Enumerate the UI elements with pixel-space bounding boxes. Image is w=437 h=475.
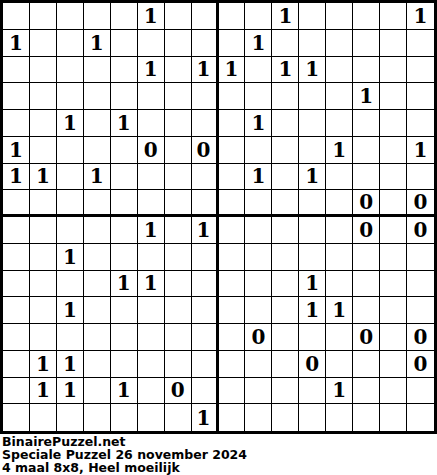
cell-r7c13[interactable] <box>326 164 353 191</box>
cell-r9c9[interactable] <box>219 217 246 244</box>
cell-r3c10[interactable] <box>245 57 272 84</box>
cell-r12c16[interactable] <box>407 297 434 324</box>
cell-r5c16[interactable] <box>407 110 434 137</box>
cell-r16c12[interactable] <box>299 404 326 431</box>
cell-r10c12[interactable] <box>299 244 326 271</box>
cell-r1c15[interactable] <box>380 3 407 30</box>
cell-r6c7[interactable] <box>165 137 192 164</box>
cell-r13c14-given: 0 <box>353 324 380 351</box>
cell-r4c8[interactable] <box>192 83 219 110</box>
cell-r6c16-given: 1 <box>407 137 434 164</box>
cell-r11c6-given: 1 <box>138 271 165 298</box>
cell-r15c12[interactable] <box>299 378 326 405</box>
cell-r16c16[interactable] <box>407 404 434 431</box>
cell-r12c15[interactable] <box>380 297 407 324</box>
cell-r12c10[interactable] <box>245 297 272 324</box>
cell-r5c9[interactable] <box>219 110 246 137</box>
cell-r8c15[interactable] <box>380 190 407 217</box>
cell-r14c1[interactable] <box>3 351 30 378</box>
cell-r9c15[interactable] <box>380 217 407 244</box>
cell-r15c5-given: 1 <box>111 378 138 405</box>
cell-r15c2-given: 1 <box>30 378 57 405</box>
cell-r8c12[interactable] <box>299 190 326 217</box>
cell-r7c2-given: 1 <box>30 164 57 191</box>
cell-r11c2[interactable] <box>30 271 57 298</box>
cell-r5c8[interactable] <box>192 110 219 137</box>
cell-r11c15[interactable] <box>380 271 407 298</box>
cell-r14c9[interactable] <box>219 351 246 378</box>
cell-r2c8[interactable] <box>192 30 219 57</box>
cell-r13c8[interactable] <box>192 324 219 351</box>
cell-r13c4[interactable] <box>84 324 111 351</box>
cell-r13c11[interactable] <box>272 324 299 351</box>
cell-r11c5-given: 1 <box>111 271 138 298</box>
cell-r7c10-given: 1 <box>245 164 272 191</box>
cell-r13c5[interactable] <box>111 324 138 351</box>
cell-r10c5[interactable] <box>111 244 138 271</box>
cell-r16c13[interactable] <box>326 404 353 431</box>
cell-r13c3[interactable] <box>57 324 84 351</box>
cell-r8c7[interactable] <box>165 190 192 217</box>
cell-r3c3[interactable] <box>57 57 84 84</box>
cell-r11c11[interactable] <box>272 271 299 298</box>
cell-r10c8[interactable] <box>192 244 219 271</box>
cell-r14c12-given: 0 <box>299 351 326 378</box>
cell-r5c4[interactable] <box>84 110 111 137</box>
cell-r1c7[interactable] <box>165 3 192 30</box>
cell-r8c2[interactable] <box>30 190 57 217</box>
cell-r13c7[interactable] <box>165 324 192 351</box>
cell-r14c15[interactable] <box>380 351 407 378</box>
cell-r9c5[interactable] <box>111 217 138 244</box>
cell-r4c3[interactable] <box>57 83 84 110</box>
cell-r15c11[interactable] <box>272 378 299 405</box>
cell-r13c12[interactable] <box>299 324 326 351</box>
cell-r12c5[interactable] <box>111 297 138 324</box>
cell-r15c16[interactable] <box>407 378 434 405</box>
cell-r16c2[interactable] <box>30 404 57 431</box>
cell-r2c16[interactable] <box>407 30 434 57</box>
cell-r9c7[interactable] <box>165 217 192 244</box>
cell-r3c7[interactable] <box>165 57 192 84</box>
cell-r3c8-given: 1 <box>192 57 219 84</box>
cell-r2c5[interactable] <box>111 30 138 57</box>
cell-r10c11[interactable] <box>272 244 299 271</box>
cell-r7c8[interactable] <box>192 164 219 191</box>
cell-r13c16-given: 0 <box>407 324 434 351</box>
cell-r1c4[interactable] <box>84 3 111 30</box>
cell-r15c14[interactable] <box>353 378 380 405</box>
cell-r6c5[interactable] <box>111 137 138 164</box>
cell-r9c10[interactable] <box>245 217 272 244</box>
cell-r2c9[interactable] <box>219 30 246 57</box>
cell-r8c9[interactable] <box>219 190 246 217</box>
cell-r4c6[interactable] <box>138 83 165 110</box>
cell-r2c14[interactable] <box>353 30 380 57</box>
cell-r5c5-given: 1 <box>111 110 138 137</box>
cell-r7c1-given: 1 <box>3 164 30 191</box>
cell-r7c7[interactable] <box>165 164 192 191</box>
cell-r7c4-given: 1 <box>84 164 111 191</box>
cell-r5c2[interactable] <box>30 110 57 137</box>
cell-r10c14[interactable] <box>353 244 380 271</box>
cell-r7c6[interactable] <box>138 164 165 191</box>
cell-r9c12[interactable] <box>299 217 326 244</box>
cell-r14c4[interactable] <box>84 351 111 378</box>
cell-r11c14[interactable] <box>353 271 380 298</box>
cell-r6c9[interactable] <box>219 137 246 164</box>
footer-subtitle: 4 maal 8x8, Heel moeilijk <box>2 461 437 474</box>
cell-r12c9[interactable] <box>219 297 246 324</box>
cell-r3c16[interactable] <box>407 57 434 84</box>
cell-r3c1[interactable] <box>3 57 30 84</box>
cell-r5c6[interactable] <box>138 110 165 137</box>
cell-r9c14-given: 0 <box>353 217 380 244</box>
cell-r2c10-given: 1 <box>245 30 272 57</box>
cell-r4c16[interactable] <box>407 83 434 110</box>
cell-r2c4-given: 1 <box>84 30 111 57</box>
cell-r5c12[interactable] <box>299 110 326 137</box>
cell-r7c16[interactable] <box>407 164 434 191</box>
cell-r9c3[interactable] <box>57 217 84 244</box>
cell-r8c6[interactable] <box>138 190 165 217</box>
cell-r4c5[interactable] <box>111 83 138 110</box>
cell-r2c7[interactable] <box>165 30 192 57</box>
cell-r6c4[interactable] <box>84 137 111 164</box>
cell-r11c10[interactable] <box>245 271 272 298</box>
cell-r15c1[interactable] <box>3 378 30 405</box>
cell-r1c16-given: 1 <box>407 3 434 30</box>
cell-r1c13[interactable] <box>326 3 353 30</box>
cell-r6c8-given: 0 <box>192 137 219 164</box>
cell-r16c5[interactable] <box>111 404 138 431</box>
cell-r9c1[interactable] <box>3 217 30 244</box>
cell-r6c3[interactable] <box>57 137 84 164</box>
cell-r10c10[interactable] <box>245 244 272 271</box>
cell-r1c11-given: 1 <box>272 3 299 30</box>
cell-r10c7[interactable] <box>165 244 192 271</box>
cell-r1c14[interactable] <box>353 3 380 30</box>
cell-r12c7[interactable] <box>165 297 192 324</box>
cell-r8c16-given: 0 <box>407 190 434 217</box>
cell-r14c13[interactable] <box>326 351 353 378</box>
cell-r1c3[interactable] <box>57 3 84 30</box>
cell-r1c9[interactable] <box>219 3 246 30</box>
cell-r3c2[interactable] <box>30 57 57 84</box>
cell-r13c10-given: 0 <box>245 324 272 351</box>
cell-r10c16[interactable] <box>407 244 434 271</box>
cell-r10c4[interactable] <box>84 244 111 271</box>
cell-r12c3-given: 1 <box>57 297 84 324</box>
cell-r16c8-given: 1 <box>192 404 219 431</box>
cell-r2c15[interactable] <box>380 30 407 57</box>
cell-r8c13[interactable] <box>326 190 353 217</box>
cell-r12c4[interactable] <box>84 297 111 324</box>
cell-r11c3[interactable] <box>57 271 84 298</box>
cell-r16c4[interactable] <box>84 404 111 431</box>
cell-r2c6[interactable] <box>138 30 165 57</box>
cell-r9c11[interactable] <box>272 217 299 244</box>
cell-r11c4[interactable] <box>84 271 111 298</box>
cell-r9c8-given: 1 <box>192 217 219 244</box>
cell-r11c8[interactable] <box>192 271 219 298</box>
cell-r8c4[interactable] <box>84 190 111 217</box>
cell-r14c11[interactable] <box>272 351 299 378</box>
cell-r14c5[interactable] <box>111 351 138 378</box>
cell-r3c15[interactable] <box>380 57 407 84</box>
cell-r8c14-given: 0 <box>353 190 380 217</box>
cell-r3c14[interactable] <box>353 57 380 84</box>
cell-r11c16[interactable] <box>407 271 434 298</box>
cell-r2c3[interactable] <box>57 30 84 57</box>
cell-r8c3[interactable] <box>57 190 84 217</box>
cell-r13c15[interactable] <box>380 324 407 351</box>
cell-r10c1[interactable] <box>3 244 30 271</box>
cell-r2c1-given: 1 <box>3 30 30 57</box>
cell-r13c1[interactable] <box>3 324 30 351</box>
cell-r12c12-given: 1 <box>299 297 326 324</box>
cell-r7c14[interactable] <box>353 164 380 191</box>
cell-r5c7[interactable] <box>165 110 192 137</box>
cell-r6c10[interactable] <box>245 137 272 164</box>
cell-r6c11[interactable] <box>272 137 299 164</box>
cell-r12c13-given: 1 <box>326 297 353 324</box>
cell-r4c15[interactable] <box>380 83 407 110</box>
cell-r5c11[interactable] <box>272 110 299 137</box>
cell-r10c9[interactable] <box>219 244 246 271</box>
cell-r12c8[interactable] <box>192 297 219 324</box>
cell-r5c14[interactable] <box>353 110 380 137</box>
cell-r14c2-given: 1 <box>30 351 57 378</box>
cell-r10c15[interactable] <box>380 244 407 271</box>
cell-r15c10[interactable] <box>245 378 272 405</box>
cell-r5c13[interactable] <box>326 110 353 137</box>
cell-r5c1[interactable] <box>3 110 30 137</box>
cell-r15c15[interactable] <box>380 378 407 405</box>
cell-r7c11[interactable] <box>272 164 299 191</box>
cell-r16c7[interactable] <box>165 404 192 431</box>
cell-r4c14-given: 1 <box>353 83 380 110</box>
cell-r12c14[interactable] <box>353 297 380 324</box>
cell-r16c10[interactable] <box>245 404 272 431</box>
cell-r9c2[interactable] <box>30 217 57 244</box>
cell-r4c4[interactable] <box>84 83 111 110</box>
cell-r4c11[interactable] <box>272 83 299 110</box>
cell-r3c6-given: 1 <box>138 57 165 84</box>
cell-r12c6[interactable] <box>138 297 165 324</box>
cell-r2c2[interactable] <box>30 30 57 57</box>
cell-r4c9[interactable] <box>219 83 246 110</box>
cell-r5c10-given: 1 <box>245 110 272 137</box>
cell-r14c3-given: 1 <box>57 351 84 378</box>
cell-r6c14[interactable] <box>353 137 380 164</box>
cell-r11c12-given: 1 <box>299 271 326 298</box>
cell-r5c3-given: 1 <box>57 110 84 137</box>
cell-r8c5[interactable] <box>111 190 138 217</box>
cell-r13c6[interactable] <box>138 324 165 351</box>
cell-r5c15[interactable] <box>380 110 407 137</box>
cell-r3c13[interactable] <box>326 57 353 84</box>
cell-r4c7[interactable] <box>165 83 192 110</box>
cell-r9c6-given: 1 <box>138 217 165 244</box>
cell-r7c9[interactable] <box>219 164 246 191</box>
cell-r4c1[interactable] <box>3 83 30 110</box>
cell-r9c16-given: 0 <box>407 217 434 244</box>
cell-r8c10[interactable] <box>245 190 272 217</box>
cell-r15c3-given: 1 <box>57 378 84 405</box>
cell-r14c8[interactable] <box>192 351 219 378</box>
cell-r4c10[interactable] <box>245 83 272 110</box>
cell-r15c6[interactable] <box>138 378 165 405</box>
cell-r2c13[interactable] <box>326 30 353 57</box>
cell-r3c9-given: 1 <box>219 57 246 84</box>
footer: BinairePuzzel.net Speciale Puzzel 26 nov… <box>0 434 437 474</box>
cell-r15c4[interactable] <box>84 378 111 405</box>
cell-r3c5[interactable] <box>111 57 138 84</box>
cell-r13c9[interactable] <box>219 324 246 351</box>
cell-r4c2[interactable] <box>30 83 57 110</box>
cell-r1c12[interactable] <box>299 3 326 30</box>
cell-r6c6-given: 0 <box>138 137 165 164</box>
cell-r15c13-given: 1 <box>326 378 353 405</box>
cell-r11c9[interactable] <box>219 271 246 298</box>
cell-r16c11[interactable] <box>272 404 299 431</box>
cell-r1c6-given: 1 <box>138 3 165 30</box>
cell-r1c8[interactable] <box>192 3 219 30</box>
cell-r10c3-given: 1 <box>57 244 84 271</box>
cell-r16c9[interactable] <box>219 404 246 431</box>
cell-r15c8[interactable] <box>192 378 219 405</box>
cell-r12c2[interactable] <box>30 297 57 324</box>
cell-r13c13[interactable] <box>326 324 353 351</box>
cell-r3c4[interactable] <box>84 57 111 84</box>
cell-r6c2[interactable] <box>30 137 57 164</box>
cell-r4c13[interactable] <box>326 83 353 110</box>
cell-r7c15[interactable] <box>380 164 407 191</box>
cell-r14c7[interactable] <box>165 351 192 378</box>
cell-r6c12[interactable] <box>299 137 326 164</box>
cell-r12c11[interactable] <box>272 297 299 324</box>
cell-r8c11[interactable] <box>272 190 299 217</box>
cell-r11c7[interactable] <box>165 271 192 298</box>
cell-r9c4[interactable] <box>84 217 111 244</box>
cell-r16c1[interactable] <box>3 404 30 431</box>
cell-r7c12-given: 1 <box>299 164 326 191</box>
cell-r1c5[interactable] <box>111 3 138 30</box>
cell-r15c9[interactable] <box>219 378 246 405</box>
cell-r15c7-given: 0 <box>165 378 192 405</box>
cell-r2c11[interactable] <box>272 30 299 57</box>
cell-r12c1[interactable] <box>3 297 30 324</box>
cell-r16c6[interactable] <box>138 404 165 431</box>
cell-r14c14[interactable] <box>353 351 380 378</box>
cell-r8c8[interactable] <box>192 190 219 217</box>
cell-r2c12[interactable] <box>299 30 326 57</box>
cell-r11c1[interactable] <box>3 271 30 298</box>
cell-r3c11-given: 1 <box>272 57 299 84</box>
cell-r16c15[interactable] <box>380 404 407 431</box>
cell-r10c2[interactable] <box>30 244 57 271</box>
cell-r13c2[interactable] <box>30 324 57 351</box>
cell-r7c3[interactable] <box>57 164 84 191</box>
cell-r16c3[interactable] <box>57 404 84 431</box>
cell-r11c13[interactable] <box>326 271 353 298</box>
cell-r14c10[interactable] <box>245 351 272 378</box>
cell-r1c2[interactable] <box>30 3 57 30</box>
cell-r6c1-given: 1 <box>3 137 30 164</box>
cell-r1c1[interactable] <box>3 3 30 30</box>
puzzle-board: 1111111111111111001111111001100111111100… <box>0 0 437 434</box>
page: 1111111111111111001111111001100111111100… <box>0 0 437 475</box>
cell-r9c13[interactable] <box>326 217 353 244</box>
cell-r14c6[interactable] <box>138 351 165 378</box>
cell-r7c5[interactable] <box>111 164 138 191</box>
cell-r6c13-given: 1 <box>326 137 353 164</box>
cell-r1c10[interactable] <box>245 3 272 30</box>
cell-r10c6[interactable] <box>138 244 165 271</box>
cell-r14c16-given: 0 <box>407 351 434 378</box>
cell-r10c13[interactable] <box>326 244 353 271</box>
cell-r16c14[interactable] <box>353 404 380 431</box>
cell-r6c15[interactable] <box>380 137 407 164</box>
cell-r3c12-given: 1 <box>299 57 326 84</box>
cell-r8c1[interactable] <box>3 190 30 217</box>
cell-r4c12[interactable] <box>299 83 326 110</box>
